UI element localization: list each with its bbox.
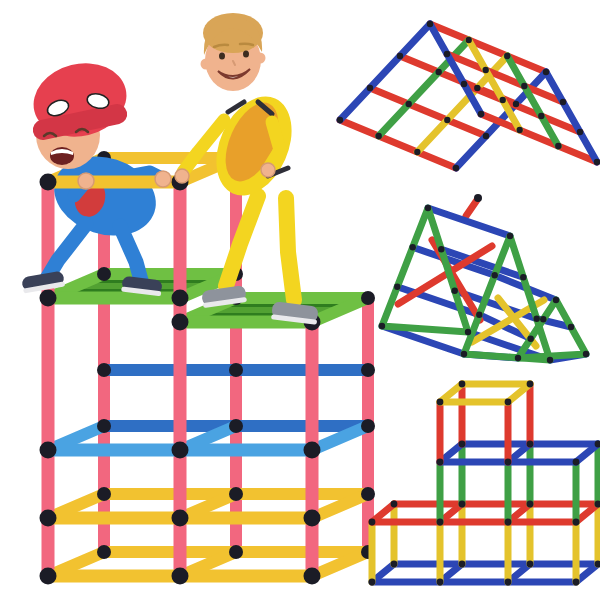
product-photo-illustration bbox=[0, 0, 600, 600]
tower-connectors bbox=[369, 381, 600, 586]
thumbnail-wedge bbox=[379, 194, 589, 363]
main-climbing-gym bbox=[21, 13, 375, 585]
thumbnail-pyramid bbox=[337, 21, 600, 171]
child-right-hand-right bbox=[261, 163, 275, 177]
thumbnail-stepped-tower bbox=[369, 381, 600, 586]
product-photo bbox=[0, 0, 600, 600]
child-right-hand-left bbox=[175, 169, 189, 183]
